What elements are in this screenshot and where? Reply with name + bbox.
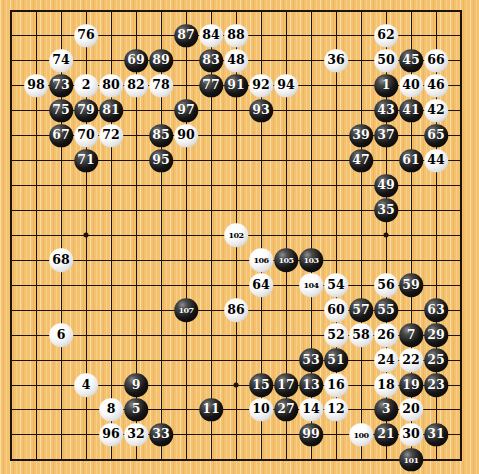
intersection-15-13[interactable]: 26 [374, 323, 399, 348]
intersection-13-13[interactable]: 52 [324, 323, 349, 348]
intersection-10-2[interactable] [249, 48, 274, 73]
intersection-13-11[interactable]: 54 [324, 273, 349, 298]
intersection-15-17[interactable]: 21 [374, 422, 399, 447]
intersection-0-2[interactable] [0, 48, 24, 73]
intersection-10-18[interactable] [249, 447, 274, 472]
intersection-2-14[interactable] [49, 348, 74, 373]
intersection-8-12[interactable] [199, 298, 224, 323]
intersection-14-15[interactable] [349, 373, 374, 398]
intersection-1-8[interactable] [24, 198, 49, 223]
intersection-14-0[interactable] [349, 0, 374, 23]
intersection-10-10[interactable]: 106 [249, 248, 274, 273]
intersection-6-18[interactable] [149, 447, 174, 472]
intersection-5-13[interactable] [124, 323, 149, 348]
intersection-2-11[interactable] [49, 273, 74, 298]
intersection-11-15[interactable]: 17 [274, 373, 299, 398]
intersection-9-3[interactable]: 91 [224, 73, 249, 98]
intersection-10-7[interactable] [249, 173, 274, 198]
intersection-18-10[interactable] [449, 248, 474, 273]
intersection-9-10[interactable] [224, 248, 249, 273]
intersection-7-9[interactable] [174, 223, 199, 248]
intersection-13-4[interactable] [324, 98, 349, 123]
intersection-4-8[interactable] [99, 198, 124, 223]
intersection-16-10[interactable] [399, 248, 424, 273]
intersection-5-11[interactable] [124, 273, 149, 298]
intersection-8-14[interactable] [199, 348, 224, 373]
intersection-5-3[interactable]: 82 [124, 73, 149, 98]
intersection-16-9[interactable] [399, 223, 424, 248]
intersection-4-18[interactable] [99, 447, 124, 472]
intersection-6-9[interactable] [149, 223, 174, 248]
intersection-4-10[interactable] [99, 248, 124, 273]
intersection-7-18[interactable] [174, 447, 199, 472]
intersection-9-16[interactable] [224, 398, 249, 423]
intersection-1-11[interactable] [24, 273, 49, 298]
intersection-6-15[interactable] [149, 373, 174, 398]
intersection-5-5[interactable] [124, 123, 149, 148]
intersection-7-7[interactable] [174, 173, 199, 198]
intersection-14-12[interactable]: 57 [349, 298, 374, 323]
intersection-1-12[interactable] [24, 298, 49, 323]
intersection-8-9[interactable] [199, 223, 224, 248]
intersection-7-15[interactable] [174, 373, 199, 398]
intersection-0-13[interactable] [0, 323, 24, 348]
intersection-9-5[interactable] [224, 123, 249, 148]
intersection-1-15[interactable] [24, 373, 49, 398]
intersection-7-11[interactable] [174, 273, 199, 298]
intersection-2-13[interactable]: 6 [49, 323, 74, 348]
intersection-13-14[interactable]: 51 [324, 348, 349, 373]
intersection-15-18[interactable] [374, 447, 399, 472]
intersection-17-0[interactable] [424, 0, 449, 23]
intersection-1-17[interactable] [24, 422, 49, 447]
intersection-13-5[interactable] [324, 123, 349, 148]
intersection-12-15[interactable]: 13 [299, 373, 324, 398]
intersection-11-4[interactable] [274, 98, 299, 123]
intersection-16-8[interactable] [399, 198, 424, 223]
intersection-17-2[interactable]: 66 [424, 48, 449, 73]
intersection-1-7[interactable] [24, 173, 49, 198]
intersection-4-1[interactable] [99, 23, 124, 48]
intersection-15-0[interactable] [374, 0, 399, 23]
intersection-6-1[interactable] [149, 23, 174, 48]
intersection-1-18[interactable] [24, 447, 49, 472]
intersection-12-1[interactable] [299, 23, 324, 48]
intersection-3-17[interactable] [74, 422, 99, 447]
intersection-18-3[interactable] [449, 73, 474, 98]
intersection-17-9[interactable] [424, 223, 449, 248]
intersection-3-6[interactable]: 71 [74, 148, 99, 173]
intersection-11-1[interactable] [274, 23, 299, 48]
intersection-17-11[interactable] [424, 273, 449, 298]
intersection-4-15[interactable] [99, 373, 124, 398]
intersection-14-2[interactable] [349, 48, 374, 73]
intersection-12-7[interactable] [299, 173, 324, 198]
intersection-3-18[interactable] [74, 447, 99, 472]
intersection-15-11[interactable]: 56 [374, 273, 399, 298]
intersection-3-4[interactable]: 79 [74, 98, 99, 123]
intersection-12-17[interactable]: 99 [299, 422, 324, 447]
intersection-10-0[interactable] [249, 0, 274, 23]
intersection-10-17[interactable] [249, 422, 274, 447]
intersection-2-12[interactable] [49, 298, 74, 323]
intersection-2-17[interactable] [49, 422, 74, 447]
intersection-6-3[interactable]: 78 [149, 73, 174, 98]
intersection-5-9[interactable] [124, 223, 149, 248]
intersection-17-14[interactable]: 25 [424, 348, 449, 373]
intersection-13-7[interactable] [324, 173, 349, 198]
intersection-0-3[interactable] [0, 73, 24, 98]
intersection-14-6[interactable]: 47 [349, 148, 374, 173]
intersection-6-6[interactable]: 95 [149, 148, 174, 173]
intersection-0-4[interactable] [0, 98, 24, 123]
intersection-5-14[interactable] [124, 348, 149, 373]
intersection-10-15[interactable]: 15 [249, 373, 274, 398]
intersection-14-10[interactable] [349, 248, 374, 273]
intersection-16-12[interactable] [399, 298, 424, 323]
intersection-12-9[interactable] [299, 223, 324, 248]
intersection-5-12[interactable] [124, 298, 149, 323]
intersection-17-12[interactable]: 63 [424, 298, 449, 323]
intersection-13-16[interactable]: 12 [324, 398, 349, 423]
intersection-2-6[interactable] [49, 148, 74, 173]
intersection-17-5[interactable]: 65 [424, 123, 449, 148]
intersection-18-5[interactable] [449, 123, 474, 148]
intersection-8-8[interactable] [199, 198, 224, 223]
intersection-10-4[interactable]: 93 [249, 98, 274, 123]
intersection-11-7[interactable] [274, 173, 299, 198]
intersection-1-16[interactable] [24, 398, 49, 423]
intersection-10-1[interactable] [249, 23, 274, 48]
intersection-7-13[interactable] [174, 323, 199, 348]
intersection-18-18[interactable] [449, 447, 474, 472]
intersection-3-8[interactable] [74, 198, 99, 223]
intersection-0-14[interactable] [0, 348, 24, 373]
intersection-18-1[interactable] [449, 23, 474, 48]
intersection-4-5[interactable]: 72 [99, 123, 124, 148]
intersection-16-17[interactable]: 30 [399, 422, 424, 447]
intersection-6-10[interactable] [149, 248, 174, 273]
intersection-1-6[interactable] [24, 148, 49, 173]
intersection-17-7[interactable] [424, 173, 449, 198]
intersection-10-14[interactable] [249, 348, 274, 373]
intersection-10-9[interactable] [249, 223, 274, 248]
intersection-15-6[interactable] [374, 148, 399, 173]
intersection-4-14[interactable] [99, 348, 124, 373]
intersection-8-1[interactable]: 84 [199, 23, 224, 48]
intersection-18-7[interactable] [449, 173, 474, 198]
intersection-18-2[interactable] [449, 48, 474, 73]
intersection-12-3[interactable] [299, 73, 324, 98]
intersection-2-18[interactable] [49, 447, 74, 472]
intersection-17-1[interactable] [424, 23, 449, 48]
intersection-16-4[interactable]: 41 [399, 98, 424, 123]
intersection-13-15[interactable]: 16 [324, 373, 349, 398]
intersection-6-7[interactable] [149, 173, 174, 198]
intersection-1-9[interactable] [24, 223, 49, 248]
intersection-7-5[interactable]: 90 [174, 123, 199, 148]
intersection-16-15[interactable]: 19 [399, 373, 424, 398]
intersection-18-9[interactable] [449, 223, 474, 248]
intersection-11-14[interactable] [274, 348, 299, 373]
intersection-9-13[interactable] [224, 323, 249, 348]
intersection-13-12[interactable]: 60 [324, 298, 349, 323]
intersection-8-5[interactable] [199, 123, 224, 148]
intersection-12-13[interactable] [299, 323, 324, 348]
intersection-7-16[interactable] [174, 398, 199, 423]
intersection-15-8[interactable]: 35 [374, 198, 399, 223]
intersection-8-15[interactable] [199, 373, 224, 398]
intersection-8-11[interactable] [199, 273, 224, 298]
intersection-2-1[interactable] [49, 23, 74, 48]
intersection-14-3[interactable] [349, 73, 374, 98]
intersection-17-16[interactable] [424, 398, 449, 423]
intersection-3-12[interactable] [74, 298, 99, 323]
intersection-3-9[interactable] [74, 223, 99, 248]
intersection-3-1[interactable]: 76 [74, 23, 99, 48]
intersection-9-6[interactable] [224, 148, 249, 173]
intersection-7-6[interactable] [174, 148, 199, 173]
intersection-15-9[interactable] [374, 223, 399, 248]
intersection-15-14[interactable]: 24 [374, 348, 399, 373]
intersection-18-6[interactable] [449, 148, 474, 173]
intersection-17-15[interactable]: 23 [424, 373, 449, 398]
intersection-13-6[interactable] [324, 148, 349, 173]
intersection-7-8[interactable] [174, 198, 199, 223]
intersection-18-4[interactable] [449, 98, 474, 123]
intersection-3-7[interactable] [74, 173, 99, 198]
intersection-0-9[interactable] [0, 223, 24, 248]
intersection-4-2[interactable] [99, 48, 124, 73]
intersection-1-5[interactable] [24, 123, 49, 148]
intersection-17-17[interactable]: 31 [424, 422, 449, 447]
intersection-15-4[interactable]: 43 [374, 98, 399, 123]
intersection-9-14[interactable] [224, 348, 249, 373]
intersection-11-0[interactable] [274, 0, 299, 23]
intersection-9-1[interactable]: 88 [224, 23, 249, 48]
intersection-17-3[interactable]: 46 [424, 73, 449, 98]
intersection-13-10[interactable] [324, 248, 349, 273]
intersection-5-1[interactable] [124, 23, 149, 48]
intersection-7-12[interactable]: 107 [174, 298, 199, 323]
intersection-13-8[interactable] [324, 198, 349, 223]
intersection-7-14[interactable] [174, 348, 199, 373]
intersection-12-2[interactable] [299, 48, 324, 73]
intersection-8-4[interactable] [199, 98, 224, 123]
intersection-8-16[interactable]: 11 [199, 398, 224, 423]
intersection-7-1[interactable]: 87 [174, 23, 199, 48]
intersection-14-5[interactable]: 39 [349, 123, 374, 148]
intersection-12-6[interactable] [299, 148, 324, 173]
intersection-7-2[interactable] [174, 48, 199, 73]
intersection-10-3[interactable]: 92 [249, 73, 274, 98]
intersection-0-1[interactable] [0, 23, 24, 48]
intersection-15-12[interactable]: 55 [374, 298, 399, 323]
intersection-1-1[interactable] [24, 23, 49, 48]
intersection-14-8[interactable] [349, 198, 374, 223]
intersection-11-18[interactable] [274, 447, 299, 472]
intersection-6-16[interactable] [149, 398, 174, 423]
intersection-11-11[interactable] [274, 273, 299, 298]
intersection-5-15[interactable]: 9 [124, 373, 149, 398]
intersection-0-8[interactable] [0, 198, 24, 223]
intersection-1-13[interactable] [24, 323, 49, 348]
intersection-12-0[interactable] [299, 0, 324, 23]
intersection-7-10[interactable] [174, 248, 199, 273]
intersection-8-0[interactable] [199, 0, 224, 23]
intersection-10-13[interactable] [249, 323, 274, 348]
intersection-13-2[interactable]: 36 [324, 48, 349, 73]
intersection-11-10[interactable]: 105 [274, 248, 299, 273]
intersection-5-6[interactable] [124, 148, 149, 173]
intersection-16-16[interactable]: 20 [399, 398, 424, 423]
intersection-9-9[interactable]: 102 [224, 223, 249, 248]
intersection-11-5[interactable] [274, 123, 299, 148]
intersection-16-3[interactable]: 40 [399, 73, 424, 98]
intersection-2-8[interactable] [49, 198, 74, 223]
intersection-5-17[interactable]: 32 [124, 422, 149, 447]
intersection-12-12[interactable] [299, 298, 324, 323]
intersection-9-7[interactable] [224, 173, 249, 198]
intersection-4-6[interactable] [99, 148, 124, 173]
intersection-16-13[interactable]: 7 [399, 323, 424, 348]
intersection-2-2[interactable]: 74 [49, 48, 74, 73]
intersection-2-9[interactable] [49, 223, 74, 248]
intersection-0-11[interactable] [0, 273, 24, 298]
intersection-1-3[interactable]: 98 [24, 73, 49, 98]
intersection-16-2[interactable]: 45 [399, 48, 424, 73]
intersection-7-17[interactable] [174, 422, 199, 447]
intersection-0-18[interactable] [0, 447, 24, 472]
intersection-5-18[interactable] [124, 447, 149, 472]
intersection-15-5[interactable]: 37 [374, 123, 399, 148]
intersection-18-15[interactable] [449, 373, 474, 398]
intersection-3-3[interactable]: 2 [74, 73, 99, 98]
intersection-0-15[interactable] [0, 373, 24, 398]
intersection-1-14[interactable] [24, 348, 49, 373]
intersection-0-10[interactable] [0, 248, 24, 273]
intersection-10-12[interactable] [249, 298, 274, 323]
intersection-5-8[interactable] [124, 198, 149, 223]
intersection-10-8[interactable] [249, 198, 274, 223]
intersection-18-12[interactable] [449, 298, 474, 323]
intersection-12-18[interactable] [299, 447, 324, 472]
intersection-9-0[interactable] [224, 0, 249, 23]
intersection-2-15[interactable] [49, 373, 74, 398]
intersection-0-6[interactable] [0, 148, 24, 173]
intersection-18-8[interactable] [449, 198, 474, 223]
intersection-4-9[interactable] [99, 223, 124, 248]
intersection-8-13[interactable] [199, 323, 224, 348]
intersection-6-17[interactable]: 33 [149, 422, 174, 447]
intersection-6-2[interactable]: 89 [149, 48, 174, 73]
intersection-5-16[interactable]: 5 [124, 398, 149, 423]
intersection-15-3[interactable]: 1 [374, 73, 399, 98]
intersection-8-2[interactable]: 83 [199, 48, 224, 73]
intersection-4-17[interactable]: 96 [99, 422, 124, 447]
intersection-2-7[interactable] [49, 173, 74, 198]
intersection-18-13[interactable] [449, 323, 474, 348]
intersection-16-14[interactable]: 22 [399, 348, 424, 373]
intersection-4-4[interactable]: 81 [99, 98, 124, 123]
intersection-3-10[interactable] [74, 248, 99, 273]
intersection-14-1[interactable] [349, 23, 374, 48]
intersection-14-9[interactable] [349, 223, 374, 248]
intersection-6-11[interactable] [149, 273, 174, 298]
intersection-11-3[interactable]: 94 [274, 73, 299, 98]
intersection-13-1[interactable] [324, 23, 349, 48]
intersection-16-1[interactable] [399, 23, 424, 48]
intersection-3-15[interactable]: 4 [74, 373, 99, 398]
intersection-9-2[interactable]: 48 [224, 48, 249, 73]
intersection-14-14[interactable] [349, 348, 374, 373]
intersection-0-5[interactable] [0, 123, 24, 148]
intersection-3-5[interactable]: 70 [74, 123, 99, 148]
intersection-1-10[interactable] [24, 248, 49, 273]
intersection-3-0[interactable] [74, 0, 99, 23]
intersection-6-12[interactable] [149, 298, 174, 323]
intersection-15-10[interactable] [374, 248, 399, 273]
intersection-6-4[interactable] [149, 98, 174, 123]
intersection-15-16[interactable]: 3 [374, 398, 399, 423]
intersection-9-8[interactable] [224, 198, 249, 223]
intersection-11-6[interactable] [274, 148, 299, 173]
intersection-9-18[interactable] [224, 447, 249, 472]
intersection-2-16[interactable] [49, 398, 74, 423]
intersection-4-16[interactable]: 8 [99, 398, 124, 423]
intersection-4-11[interactable] [99, 273, 124, 298]
intersection-16-18[interactable]: 101 [399, 447, 424, 472]
intersection-15-1[interactable]: 62 [374, 23, 399, 48]
intersection-18-11[interactable] [449, 273, 474, 298]
intersection-11-2[interactable] [274, 48, 299, 73]
intersection-13-0[interactable] [324, 0, 349, 23]
intersection-17-10[interactable] [424, 248, 449, 273]
intersection-6-13[interactable] [149, 323, 174, 348]
intersection-11-8[interactable] [274, 198, 299, 223]
intersection-10-5[interactable] [249, 123, 274, 148]
intersection-18-0[interactable] [449, 0, 474, 23]
intersection-14-13[interactable]: 58 [349, 323, 374, 348]
intersection-14-4[interactable] [349, 98, 374, 123]
intersection-12-4[interactable] [299, 98, 324, 123]
intersection-11-16[interactable]: 27 [274, 398, 299, 423]
intersection-15-7[interactable]: 49 [374, 173, 399, 198]
intersection-8-6[interactable] [199, 148, 224, 173]
intersection-12-8[interactable] [299, 198, 324, 223]
intersection-2-4[interactable]: 75 [49, 98, 74, 123]
intersection-15-15[interactable]: 18 [374, 373, 399, 398]
intersection-17-4[interactable]: 42 [424, 98, 449, 123]
intersection-7-0[interactable] [174, 0, 199, 23]
intersection-10-16[interactable]: 10 [249, 398, 274, 423]
intersection-16-0[interactable] [399, 0, 424, 23]
intersection-4-7[interactable] [99, 173, 124, 198]
intersection-17-18[interactable] [424, 447, 449, 472]
intersection-12-10[interactable]: 103 [299, 248, 324, 273]
intersection-5-4[interactable] [124, 98, 149, 123]
intersection-7-4[interactable]: 97 [174, 98, 199, 123]
intersection-18-17[interactable] [449, 422, 474, 447]
intersection-14-11[interactable] [349, 273, 374, 298]
intersection-2-3[interactable]: 73 [49, 73, 74, 98]
intersection-8-3[interactable]: 77 [199, 73, 224, 98]
intersection-0-12[interactable] [0, 298, 24, 323]
intersection-13-9[interactable] [324, 223, 349, 248]
intersection-3-16[interactable] [74, 398, 99, 423]
intersection-13-3[interactable] [324, 73, 349, 98]
intersection-1-2[interactable] [24, 48, 49, 73]
